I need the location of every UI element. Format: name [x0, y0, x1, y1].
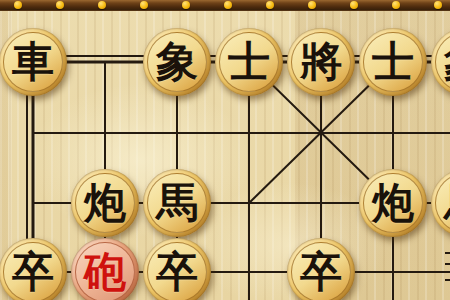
piece-glyph: 卒 — [12, 243, 54, 300]
piece-face: 士 — [363, 32, 423, 92]
soldier-point-marker — [446, 253, 450, 264]
stud-icon — [56, 1, 64, 9]
stud-icon — [224, 1, 232, 9]
piece-face: 將 — [291, 32, 351, 92]
piece-glyph: 將 — [300, 33, 342, 91]
piece-face: 炮 — [75, 173, 135, 233]
piece-glyph: 炮 — [372, 174, 414, 232]
stud-icon — [392, 1, 400, 9]
board-frame-top — [0, 0, 450, 11]
piece-red-r3f1[interactable]: 砲 — [71, 238, 139, 300]
xiangqi-board-screen: 車象士將士象炮馬炮馬卒砲卒卒 — [0, 0, 450, 300]
piece-black-r3f2[interactable]: 卒 — [143, 238, 211, 300]
piece-glyph: 士 — [372, 33, 414, 91]
piece-face: 炮 — [363, 173, 423, 233]
piece-glyph: 卒 — [300, 243, 342, 300]
piece-black-r0f2[interactable]: 象 — [143, 28, 211, 96]
piece-black-r0f3[interactable]: 士 — [215, 28, 283, 96]
piece-black-r0f4[interactable]: 將 — [287, 28, 355, 96]
piece-glyph: 炮 — [84, 174, 126, 232]
piece-face: 馬 — [147, 173, 207, 233]
piece-face: 象 — [147, 32, 207, 92]
piece-black-r0f5[interactable]: 士 — [359, 28, 427, 96]
piece-face: 卒 — [3, 242, 63, 300]
piece-glyph: 象 — [444, 33, 450, 91]
piece-face: 砲 — [75, 242, 135, 300]
piece-glyph: 象 — [156, 33, 198, 91]
piece-black-r3f0[interactable]: 卒 — [0, 238, 67, 300]
piece-black-r2f1[interactable]: 炮 — [71, 169, 139, 237]
piece-black-r2f5[interactable]: 炮 — [359, 169, 427, 237]
piece-face: 卒 — [147, 242, 207, 300]
piece-glyph: 砲 — [84, 243, 126, 300]
piece-glyph: 卒 — [156, 243, 198, 300]
piece-face: 士 — [219, 32, 279, 92]
piece-black-r2f2[interactable]: 馬 — [143, 169, 211, 237]
piece-black-r3f4[interactable]: 卒 — [287, 238, 355, 300]
piece-face: 車 — [3, 32, 63, 92]
piece-black-r0f0[interactable]: 車 — [0, 28, 67, 96]
stud-icon — [98, 1, 106, 9]
piece-glyph: 士 — [228, 33, 270, 91]
stud-icon — [308, 1, 316, 9]
piece-face: 卒 — [291, 242, 351, 300]
stud-icon — [434, 1, 442, 9]
stud-icon — [14, 1, 22, 9]
piece-glyph: 馬 — [444, 174, 450, 232]
stud-icon — [140, 1, 148, 9]
piece-glyph: 馬 — [156, 174, 198, 232]
stud-icon — [266, 1, 274, 9]
stud-icon — [350, 1, 358, 9]
piece-glyph: 車 — [12, 33, 54, 91]
stud-icon — [182, 1, 190, 9]
